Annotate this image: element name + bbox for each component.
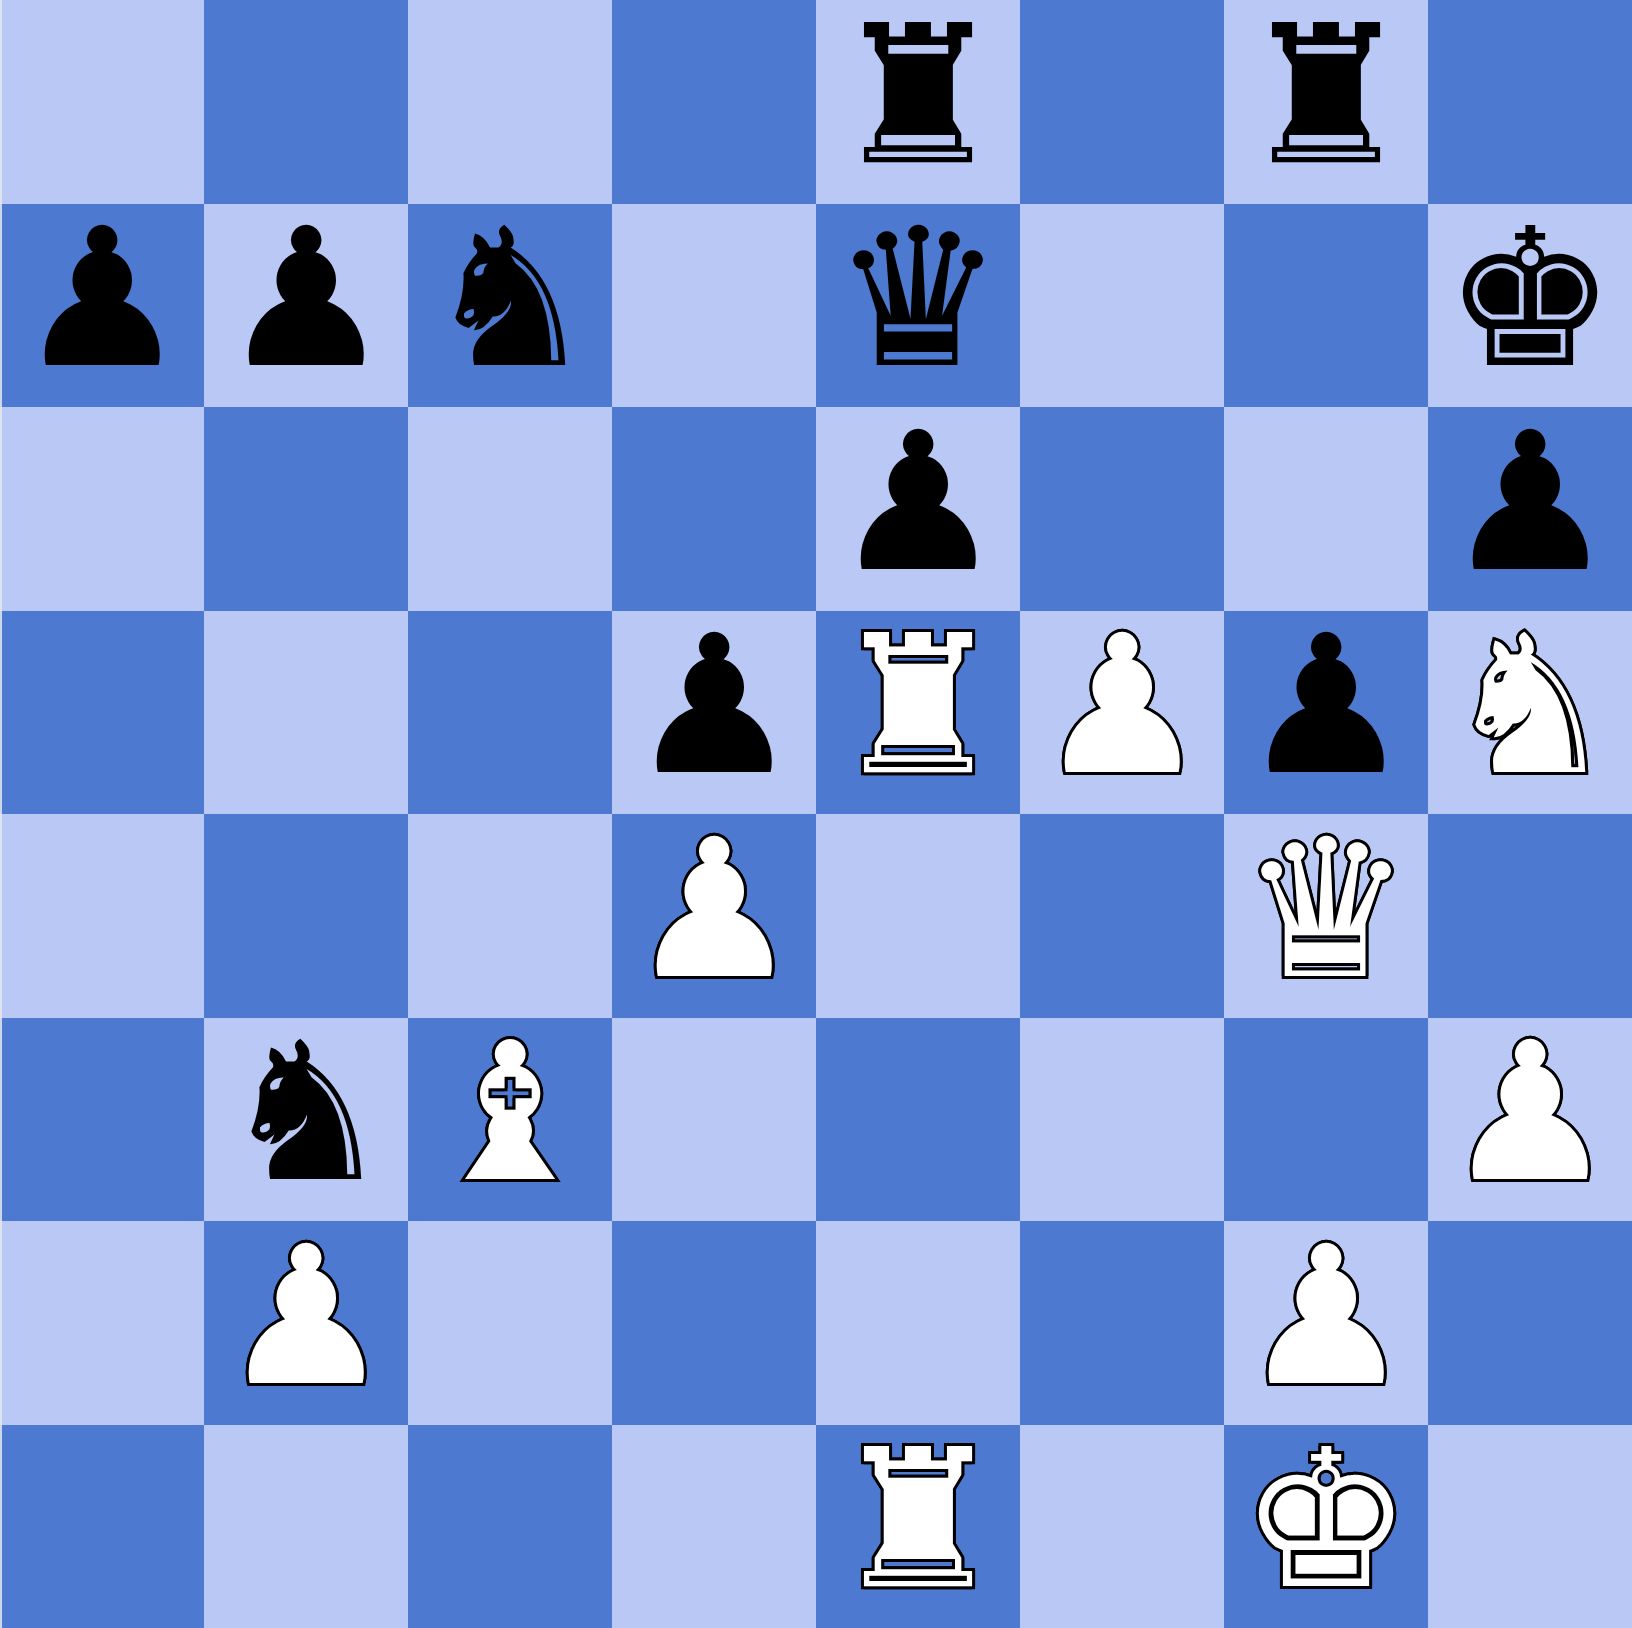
black-knight[interactable]: ♞	[424, 203, 596, 395]
square-c1[interactable]	[408, 1425, 612, 1628]
square-c4[interactable]	[408, 814, 612, 1018]
square-d4[interactable]: ♟	[612, 814, 816, 1018]
square-f1[interactable]	[1020, 1425, 1224, 1628]
square-d6[interactable]	[612, 407, 816, 611]
square-a3[interactable]	[0, 1018, 204, 1222]
square-b6[interactable]	[204, 407, 408, 611]
black-pawn[interactable]: ♟	[1240, 610, 1412, 802]
black-pawn[interactable]: ♟	[832, 407, 1004, 599]
white-pawn[interactable]: ♟	[1036, 610, 1208, 802]
square-g7[interactable]	[1224, 204, 1428, 408]
white-rook[interactable]: ♜	[832, 610, 1004, 802]
square-b2[interactable]: ♟	[204, 1221, 408, 1425]
black-king[interactable]: ♚	[1444, 203, 1616, 395]
square-e3[interactable]	[816, 1018, 1020, 1222]
black-pawn[interactable]: ♟	[220, 203, 392, 395]
square-d3[interactable]	[612, 1018, 816, 1222]
chess-board-container: ♜♜♟♟♞♛♚♟♟♟♜♟♟♞♟♛♞♝♟♟♟♜♚	[0, 0, 1632, 1628]
square-c3[interactable]: ♝	[408, 1018, 612, 1222]
black-rook[interactable]: ♜	[1240, 0, 1412, 192]
square-e2[interactable]	[816, 1221, 1020, 1425]
white-bishop[interactable]: ♝	[424, 1017, 596, 1209]
square-a7[interactable]: ♟	[0, 204, 204, 408]
square-d2[interactable]	[612, 1221, 816, 1425]
square-d1[interactable]	[612, 1425, 816, 1628]
square-b3[interactable]: ♞	[204, 1018, 408, 1222]
square-d7[interactable]	[612, 204, 816, 408]
square-g1[interactable]: ♚	[1224, 1425, 1428, 1628]
square-c5[interactable]	[408, 611, 612, 815]
square-a4[interactable]	[0, 814, 204, 1018]
white-knight[interactable]: ♞	[1444, 610, 1616, 802]
square-e1[interactable]: ♜	[816, 1425, 1020, 1628]
square-a1[interactable]	[0, 1425, 204, 1628]
chess-board: ♜♜♟♟♞♛♚♟♟♟♜♟♟♞♟♛♞♝♟♟♟♜♚	[0, 0, 1632, 1628]
square-a8[interactable]	[0, 0, 204, 204]
white-pawn[interactable]: ♟	[1240, 1221, 1412, 1413]
black-pawn[interactable]: ♟	[16, 203, 188, 395]
black-rook[interactable]: ♜	[832, 0, 1004, 192]
square-f7[interactable]	[1020, 204, 1224, 408]
square-b7[interactable]: ♟	[204, 204, 408, 408]
square-g2[interactable]: ♟	[1224, 1221, 1428, 1425]
square-a2[interactable]	[0, 1221, 204, 1425]
square-e5[interactable]: ♜	[816, 611, 1020, 815]
square-b4[interactable]	[204, 814, 408, 1018]
square-b1[interactable]	[204, 1425, 408, 1628]
square-g3[interactable]	[1224, 1018, 1428, 1222]
square-h4[interactable]	[1428, 814, 1632, 1018]
square-f8[interactable]	[1020, 0, 1224, 204]
square-g6[interactable]	[1224, 407, 1428, 611]
square-b8[interactable]	[204, 0, 408, 204]
square-h6[interactable]: ♟	[1428, 407, 1632, 611]
square-e4[interactable]	[816, 814, 1020, 1018]
square-e6[interactable]: ♟	[816, 407, 1020, 611]
square-e8[interactable]: ♜	[816, 0, 1020, 204]
square-h2[interactable]	[1428, 1221, 1632, 1425]
square-a5[interactable]	[0, 611, 204, 815]
square-h7[interactable]: ♚	[1428, 204, 1632, 408]
square-f3[interactable]	[1020, 1018, 1224, 1222]
square-g4[interactable]: ♛	[1224, 814, 1428, 1018]
white-rook[interactable]: ♜	[832, 1424, 1004, 1616]
black-pawn[interactable]: ♟	[1444, 407, 1616, 599]
square-f2[interactable]	[1020, 1221, 1224, 1425]
square-a6[interactable]	[0, 407, 204, 611]
black-knight[interactable]: ♞	[220, 1017, 392, 1209]
square-c2[interactable]	[408, 1221, 612, 1425]
square-c8[interactable]	[408, 0, 612, 204]
white-pawn[interactable]: ♟	[1444, 1017, 1616, 1209]
white-king[interactable]: ♚	[1240, 1424, 1412, 1616]
square-g8[interactable]: ♜	[1224, 0, 1428, 204]
square-h8[interactable]	[1428, 0, 1632, 204]
square-b5[interactable]	[204, 611, 408, 815]
square-f6[interactable]	[1020, 407, 1224, 611]
white-queen[interactable]: ♛	[1240, 814, 1412, 1006]
white-pawn[interactable]: ♟	[628, 814, 800, 1006]
square-h1[interactable]	[1428, 1425, 1632, 1628]
square-d5[interactable]: ♟	[612, 611, 816, 815]
black-pawn[interactable]: ♟	[628, 610, 800, 802]
square-e7[interactable]: ♛	[816, 204, 1020, 408]
square-h5[interactable]: ♞	[1428, 611, 1632, 815]
square-c7[interactable]: ♞	[408, 204, 612, 408]
square-c6[interactable]	[408, 407, 612, 611]
square-f5[interactable]: ♟	[1020, 611, 1224, 815]
black-queen[interactable]: ♛	[832, 203, 1004, 395]
square-g5[interactable]: ♟	[1224, 611, 1428, 815]
square-d8[interactable]	[612, 0, 816, 204]
white-pawn[interactable]: ♟	[220, 1221, 392, 1413]
square-f4[interactable]	[1020, 814, 1224, 1018]
square-h3[interactable]: ♟	[1428, 1018, 1632, 1222]
